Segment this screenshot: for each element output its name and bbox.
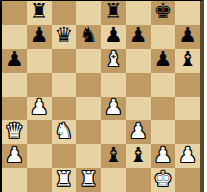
square-g4[interactable] — [151, 97, 176, 121]
right-gutter — [204, 0, 207, 192]
square-h1[interactable] — [175, 168, 200, 192]
square-h8[interactable] — [175, 1, 200, 25]
square-h2[interactable]: ♟ — [175, 144, 200, 168]
square-f8[interactable] — [126, 1, 151, 25]
piece-white-knight-c3[interactable]: ♞ — [54, 121, 73, 142]
piece-black-pawn-a6[interactable]: ♟ — [5, 49, 24, 70]
square-b6[interactable] — [27, 49, 52, 73]
square-h4[interactable] — [175, 97, 200, 121]
square-c3[interactable]: ♞ — [52, 120, 77, 144]
square-h5[interactable] — [175, 73, 200, 97]
square-c1[interactable]: ♜ — [52, 168, 77, 192]
square-c8[interactable] — [52, 1, 77, 25]
square-d5[interactable] — [76, 73, 101, 97]
piece-black-pawn-b7[interactable]: ♟ — [30, 25, 49, 46]
square-g8[interactable]: ♚ — [151, 1, 176, 25]
piece-white-pawn-a2[interactable]: ♟ — [5, 145, 24, 166]
square-d4[interactable] — [76, 97, 101, 121]
piece-white-pawn-f3[interactable]: ♟ — [129, 121, 148, 142]
square-d6[interactable] — [76, 49, 101, 73]
square-a7[interactable] — [2, 25, 27, 49]
square-f2[interactable]: ♝ — [126, 144, 151, 168]
square-b3[interactable] — [27, 120, 52, 144]
square-f4[interactable] — [126, 97, 151, 121]
square-h3[interactable] — [175, 120, 200, 144]
piece-black-knight-d7[interactable]: ♞ — [79, 25, 98, 46]
square-a6[interactable]: ♟ — [2, 49, 27, 73]
piece-white-pawn-g2[interactable]: ♟ — [153, 145, 172, 166]
square-a2[interactable]: ♟ — [2, 144, 27, 168]
square-c5[interactable] — [52, 73, 77, 97]
square-f5[interactable] — [126, 73, 151, 97]
square-g3[interactable] — [151, 120, 176, 144]
square-g2[interactable]: ♟ — [151, 144, 176, 168]
piece-black-queen-c7[interactable]: ♛ — [54, 25, 73, 46]
piece-black-bishop-f2[interactable]: ♝ — [129, 145, 148, 166]
piece-black-bishop-h6[interactable]: ♝ — [178, 49, 197, 70]
square-g1[interactable]: ♚ — [151, 168, 176, 192]
square-e6[interactable]: ♝ — [101, 49, 126, 73]
square-d8[interactable] — [76, 1, 101, 25]
square-g6[interactable]: ♟ — [151, 49, 176, 73]
square-c4[interactable] — [52, 97, 77, 121]
square-e5[interactable] — [101, 73, 126, 97]
piece-black-rook-e8[interactable]: ♜ — [104, 1, 123, 22]
square-c6[interactable] — [52, 49, 77, 73]
piece-white-pawn-h2[interactable]: ♟ — [178, 145, 197, 166]
piece-black-king-g8[interactable]: ♚ — [153, 1, 172, 22]
square-e7[interactable]: ♟ — [101, 25, 126, 49]
square-b5[interactable] — [27, 73, 52, 97]
square-a1[interactable] — [2, 168, 27, 192]
square-h7[interactable]: ♟ — [175, 25, 200, 49]
square-d3[interactable] — [76, 120, 101, 144]
piece-black-pawn-g6[interactable]: ♟ — [153, 49, 172, 70]
piece-white-bishop-e6[interactable]: ♝ — [104, 49, 123, 70]
square-c7[interactable]: ♛ — [52, 25, 77, 49]
piece-black-rook-b8[interactable]: ♜ — [30, 1, 49, 22]
square-f7[interactable]: ♟ — [126, 25, 151, 49]
piece-white-queen-a3[interactable]: ♛ — [5, 121, 24, 142]
piece-white-king-g1[interactable]: ♚ — [153, 169, 172, 190]
piece-white-pawn-e4[interactable]: ♟ — [104, 97, 123, 118]
chess-board: ♜♜♚♟♛♞♟♟♟♟♝♟♝♟♟♛♞♟♟♝♝♟♟♜♜♚ — [0, 0, 204, 192]
piece-black-pawn-f7[interactable]: ♟ — [129, 25, 148, 46]
square-h6[interactable]: ♝ — [175, 49, 200, 73]
chess-app-window: ♜♜♚♟♛♞♟♟♟♟♝♟♝♟♟♛♞♟♟♝♝♟♟♜♜♚ — [0, 0, 207, 192]
piece-black-bishop-e2[interactable]: ♝ — [104, 145, 123, 166]
square-c2[interactable] — [52, 144, 77, 168]
square-d7[interactable]: ♞ — [76, 25, 101, 49]
square-e1[interactable] — [101, 168, 126, 192]
piece-white-rook-c1[interactable]: ♜ — [54, 169, 73, 190]
square-e4[interactable]: ♟ — [101, 97, 126, 121]
square-b7[interactable]: ♟ — [27, 25, 52, 49]
square-a8[interactable] — [2, 1, 27, 25]
piece-black-pawn-e7[interactable]: ♟ — [104, 25, 123, 46]
square-b2[interactable] — [27, 144, 52, 168]
piece-white-pawn-b4[interactable]: ♟ — [30, 97, 49, 118]
piece-black-pawn-h7[interactable]: ♟ — [178, 25, 197, 46]
square-g5[interactable] — [151, 73, 176, 97]
square-f1[interactable] — [126, 168, 151, 192]
square-f6[interactable] — [126, 49, 151, 73]
square-g7[interactable] — [151, 25, 176, 49]
square-a4[interactable] — [2, 97, 27, 121]
square-d2[interactable] — [76, 144, 101, 168]
square-b1[interactable] — [27, 168, 52, 192]
square-e3[interactable] — [101, 120, 126, 144]
square-d1[interactable]: ♜ — [76, 168, 101, 192]
piece-white-rook-d1[interactable]: ♜ — [79, 169, 98, 190]
square-e8[interactable]: ♜ — [101, 1, 126, 25]
square-b8[interactable]: ♜ — [27, 1, 52, 25]
square-f3[interactable]: ♟ — [126, 120, 151, 144]
square-a5[interactable] — [2, 73, 27, 97]
square-e2[interactable]: ♝ — [101, 144, 126, 168]
square-a3[interactable]: ♛ — [2, 120, 27, 144]
square-b4[interactable]: ♟ — [27, 97, 52, 121]
